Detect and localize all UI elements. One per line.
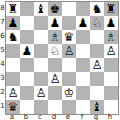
piece-white-king[interactable]: ♔ — [64, 86, 75, 100]
piece-white-pawn[interactable]: ♙ — [106, 44, 117, 58]
piece-black-rook[interactable]: ♜ — [8, 2, 19, 16]
piece-black-pawn[interactable]: ♟ — [106, 16, 117, 30]
square-h2[interactable] — [104, 86, 118, 100]
piece-white-knight[interactable]: ♘ — [92, 16, 103, 30]
file-label-c: c — [33, 114, 47, 120]
piece-black-knight[interactable]: ♞ — [8, 30, 19, 44]
piece-black-rook[interactable]: ♜ — [106, 2, 117, 16]
piece-black-king[interactable]: ♚ — [50, 2, 61, 16]
square-b7[interactable] — [20, 16, 34, 30]
square-g8[interactable]: ♞ — [90, 2, 104, 16]
piece-white-bishop[interactable]: ♗ — [50, 30, 61, 44]
piece-white-pawn[interactable]: ♙ — [36, 86, 47, 100]
square-d2[interactable] — [48, 86, 62, 100]
square-e8[interactable] — [62, 2, 76, 16]
square-h1[interactable] — [104, 100, 118, 114]
square-g6[interactable] — [90, 30, 104, 44]
piece-black-queen[interactable]: ♛ — [8, 100, 19, 114]
file-label-g: g — [89, 114, 103, 120]
square-e7[interactable] — [62, 16, 76, 30]
piece-black-pawn[interactable]: ♟ — [50, 16, 61, 30]
piece-black-knight[interactable]: ♞ — [92, 2, 103, 16]
piece-white-pawn[interactable]: ♙ — [92, 58, 103, 72]
square-a1[interactable]: ♛ — [6, 100, 20, 114]
chess-diagram: 87654321 ♜♝♚♞♜♟♟♟♘♟♞♗♛♗♟♘♙♙♙♙♙♙♔♛♝ abcde… — [0, 0, 120, 120]
chess-board[interactable]: ♜♝♚♞♜♟♟♟♘♟♞♗♛♗♟♘♙♙♙♙♙♙♔♛♝ — [5, 1, 119, 115]
square-e2[interactable]: ♔ — [62, 86, 76, 100]
piece-black-pawn[interactable]: ♟ — [8, 16, 19, 30]
square-h8[interactable]: ♜ — [104, 2, 118, 16]
square-b6[interactable] — [20, 30, 34, 44]
square-e5[interactable]: ♙ — [62, 44, 76, 58]
piece-black-pawn[interactable]: ♟ — [78, 16, 89, 30]
square-g5[interactable] — [90, 44, 104, 58]
square-f4[interactable] — [76, 58, 90, 72]
square-c6[interactable] — [34, 30, 48, 44]
square-b1[interactable] — [20, 100, 34, 114]
square-c4[interactable] — [34, 58, 48, 72]
piece-black-queen[interactable]: ♛ — [64, 30, 75, 44]
square-f7[interactable]: ♟ — [76, 16, 90, 30]
square-b3[interactable] — [20, 72, 34, 86]
file-label-e: e — [61, 114, 75, 120]
square-d7[interactable]: ♟ — [48, 16, 62, 30]
square-c2[interactable]: ♙ — [34, 86, 48, 100]
piece-white-pawn[interactable]: ♙ — [50, 72, 61, 86]
square-b8[interactable] — [20, 2, 34, 16]
square-a5[interactable] — [6, 44, 20, 58]
square-c5[interactable] — [34, 44, 48, 58]
square-f5[interactable] — [76, 44, 90, 58]
file-label-h: h — [103, 114, 117, 120]
square-f6[interactable] — [76, 30, 90, 44]
square-e1[interactable] — [62, 100, 76, 114]
piece-white-pawn[interactable]: ♙ — [64, 44, 75, 58]
square-b4[interactable] — [20, 58, 34, 72]
square-e4[interactable] — [62, 58, 76, 72]
square-f2[interactable] — [76, 86, 90, 100]
square-a7[interactable]: ♟ — [6, 16, 20, 30]
square-c7[interactable] — [34, 16, 48, 30]
file-label-a: a — [5, 114, 19, 120]
square-a6[interactable]: ♞ — [6, 30, 20, 44]
square-h4[interactable] — [104, 58, 118, 72]
file-label-f: f — [75, 114, 89, 120]
square-c1[interactable] — [34, 100, 48, 114]
piece-black-pawn[interactable]: ♟ — [22, 44, 33, 58]
square-a2[interactable]: ♙ — [6, 86, 20, 100]
square-g7[interactable]: ♘ — [90, 16, 104, 30]
square-h3[interactable] — [104, 72, 118, 86]
square-a8[interactable]: ♜ — [6, 2, 20, 16]
square-h6[interactable]: ♗ — [104, 30, 118, 44]
piece-white-knight[interactable]: ♘ — [50, 44, 61, 58]
square-g1[interactable]: ♝ — [90, 100, 104, 114]
square-b5[interactable]: ♟ — [20, 44, 34, 58]
piece-white-pawn[interactable]: ♙ — [8, 86, 19, 100]
square-e3[interactable] — [62, 72, 76, 86]
square-h7[interactable]: ♟ — [104, 16, 118, 30]
piece-black-bishop[interactable]: ♝ — [36, 2, 47, 16]
square-d4[interactable] — [48, 58, 62, 72]
file-labels: abcdefgh — [5, 114, 117, 120]
file-label-d: d — [47, 114, 61, 120]
square-g4[interactable]: ♙ — [90, 58, 104, 72]
file-label-b: b — [19, 114, 33, 120]
square-b2[interactable] — [20, 86, 34, 100]
square-d5[interactable]: ♘ — [48, 44, 62, 58]
piece-white-bishop[interactable]: ♗ — [106, 30, 117, 44]
square-c8[interactable]: ♝ — [34, 2, 48, 16]
square-c3[interactable] — [34, 72, 48, 86]
square-d3[interactable]: ♙ — [48, 72, 62, 86]
square-f8[interactable] — [76, 2, 90, 16]
square-h5[interactable]: ♙ — [104, 44, 118, 58]
square-a3[interactable] — [6, 72, 20, 86]
square-d6[interactable]: ♗ — [48, 30, 62, 44]
square-d1[interactable] — [48, 100, 62, 114]
piece-black-bishop[interactable]: ♝ — [92, 100, 103, 114]
square-f1[interactable] — [76, 100, 90, 114]
square-f3[interactable] — [76, 72, 90, 86]
square-a4[interactable] — [6, 58, 20, 72]
square-e6[interactable]: ♛ — [62, 30, 76, 44]
square-d8[interactable]: ♚ — [48, 2, 62, 16]
square-g3[interactable] — [90, 72, 104, 86]
square-g2[interactable] — [90, 86, 104, 100]
